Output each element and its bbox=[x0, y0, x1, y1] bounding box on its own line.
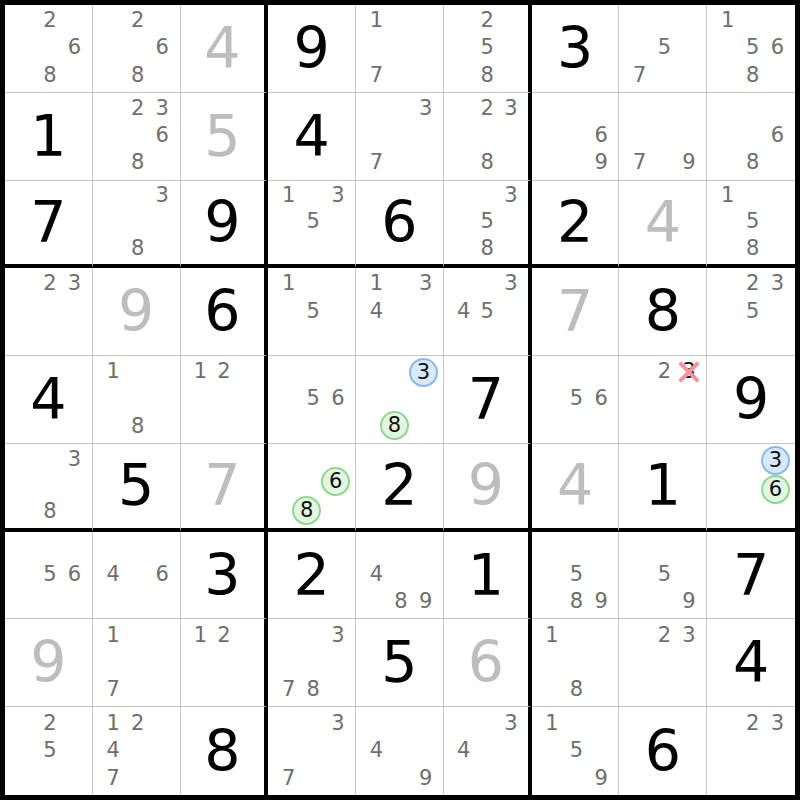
given-digit: 5 bbox=[381, 634, 417, 691]
candidate-3: 3 bbox=[62, 270, 87, 297]
candidate-9: 9 bbox=[413, 588, 438, 615]
candidate-6: 6 bbox=[765, 122, 790, 149]
cell-r9c2[interactable]: 1247 bbox=[93, 707, 181, 795]
cell-r7c6[interactable]: 1 bbox=[444, 532, 532, 620]
pencil-marks: 69 bbox=[540, 95, 614, 177]
cell-r1c6[interactable]: 258 bbox=[444, 5, 532, 93]
given-digit: 8 bbox=[204, 723, 240, 780]
cell-r6c6[interactable]: 9 bbox=[444, 444, 532, 532]
cell-r1c4[interactable]: 9 bbox=[268, 5, 356, 93]
cell-r5c7[interactable]: 56 bbox=[532, 356, 620, 444]
candidate-3: 3 bbox=[499, 95, 523, 122]
cell-r6c2[interactable]: 5 bbox=[93, 444, 181, 532]
candidate-8: 8 bbox=[125, 149, 150, 176]
cell-r4c9[interactable]: 235 bbox=[707, 268, 795, 356]
given-digit: 9 bbox=[733, 371, 769, 428]
candidate-6: 6 bbox=[326, 385, 351, 412]
pencil-marks: 159 bbox=[540, 709, 614, 792]
pencil-marks: 268 bbox=[101, 7, 175, 89]
candidate-8: 8 bbox=[125, 413, 150, 440]
given-digit: 6 bbox=[204, 283, 240, 340]
given-digit: 6 bbox=[645, 723, 681, 780]
given-digit: 7 bbox=[468, 371, 504, 428]
cell-r7c2[interactable]: 46 bbox=[93, 532, 181, 620]
candidate-8: 8 bbox=[475, 235, 499, 261]
candidate-4: 4 bbox=[364, 561, 389, 588]
candidate-4: 4 bbox=[452, 737, 476, 765]
candidate-4: 4 bbox=[364, 737, 389, 765]
cell-r7c9[interactable]: 7 bbox=[707, 532, 795, 620]
candidate-8: 8 bbox=[740, 149, 765, 176]
cell-r1c5[interactable]: 17 bbox=[356, 5, 444, 93]
cell-r3c1[interactable]: 7 bbox=[5, 181, 93, 269]
pencil-marks: 17 bbox=[101, 621, 175, 703]
candidate-1: 1 bbox=[189, 621, 213, 648]
candidate-1: 1 bbox=[276, 183, 301, 209]
given-digit: 4 bbox=[294, 108, 330, 165]
cell-r1c9[interactable]: 1568 bbox=[707, 5, 795, 93]
candidate-2: 2 bbox=[212, 358, 236, 385]
candidate-1: 1 bbox=[364, 7, 389, 34]
candidate-8-highlight-green: 8 bbox=[292, 496, 321, 525]
cell-r2c5[interactable]: 37 bbox=[356, 93, 444, 181]
cell-r8c8[interactable]: 23 bbox=[619, 619, 707, 707]
candidate-6: 6 bbox=[765, 34, 790, 61]
cell-r2c3[interactable]: 5 bbox=[181, 93, 269, 181]
pencil-marks: 37 bbox=[276, 709, 350, 792]
solved-digit: 4 bbox=[645, 194, 681, 251]
candidate-1: 1 bbox=[715, 7, 740, 34]
cell-r2c9[interactable]: 68 bbox=[707, 93, 795, 181]
cell-r3c6[interactable]: 358 bbox=[444, 181, 532, 269]
candidate-2: 2 bbox=[740, 709, 765, 737]
pencil-marks: 37 bbox=[364, 95, 438, 177]
candidate-8: 8 bbox=[740, 62, 765, 89]
pencil-marks: 23 bbox=[627, 621, 701, 703]
given-digit: 1 bbox=[30, 108, 66, 165]
pencil-marks: 46 bbox=[101, 534, 175, 616]
solved-digit: 4 bbox=[557, 457, 593, 514]
candidate-3: 3 bbox=[413, 270, 438, 297]
pencil-marks: 56 bbox=[13, 534, 87, 616]
cell-r9c6[interactable]: 34 bbox=[444, 707, 532, 795]
candidate-2: 2 bbox=[125, 709, 150, 737]
cell-r8c7[interactable]: 18 bbox=[532, 619, 620, 707]
cell-r5c6[interactable]: 7 bbox=[444, 356, 532, 444]
cell-r2c7[interactable]: 69 bbox=[532, 93, 620, 181]
cell-r8c6[interactable]: 6 bbox=[444, 619, 532, 707]
candidate-9: 9 bbox=[677, 588, 702, 615]
candidate-2: 2 bbox=[652, 358, 677, 385]
candidate-2: 2 bbox=[125, 95, 150, 122]
pencil-marks: 158 bbox=[715, 183, 790, 262]
candidate-3: 3 bbox=[413, 95, 438, 122]
candidate-3: 3 bbox=[499, 709, 523, 737]
pencil-marks: 12 bbox=[189, 621, 260, 703]
candidate-4: 4 bbox=[364, 298, 389, 325]
given-digit: 7 bbox=[30, 194, 66, 251]
candidate-4: 4 bbox=[452, 298, 476, 325]
candidate-2: 2 bbox=[38, 7, 63, 34]
candidate-9: 9 bbox=[413, 764, 438, 792]
candidate-6: 6 bbox=[589, 385, 614, 412]
candidate-5: 5 bbox=[38, 737, 63, 765]
cell-r1c2[interactable]: 268 bbox=[93, 5, 181, 93]
candidate-7: 7 bbox=[101, 676, 126, 703]
pencil-marks: 258 bbox=[452, 7, 523, 89]
cell-r1c1[interactable]: 268 bbox=[5, 5, 93, 93]
candidate-5: 5 bbox=[475, 209, 499, 235]
cell-r3c2[interactable]: 38 bbox=[93, 181, 181, 269]
candidate-3: 3 bbox=[62, 446, 87, 472]
pencil-marks: 238 bbox=[452, 95, 523, 177]
pencil-marks: 17 bbox=[364, 7, 438, 89]
candidate-3: 3 bbox=[150, 95, 175, 122]
candidate-5: 5 bbox=[652, 561, 677, 588]
pencil-marks: 23 bbox=[13, 270, 87, 352]
cell-r8c1[interactable]: 9 bbox=[5, 619, 93, 707]
candidate-3: 3 bbox=[326, 709, 351, 737]
pencil-marks: 135 bbox=[276, 183, 350, 262]
given-digit: 9 bbox=[294, 20, 330, 77]
cell-r3c7[interactable]: 2 bbox=[532, 181, 620, 269]
candidate-8: 8 bbox=[564, 588, 589, 615]
candidate-7: 7 bbox=[364, 149, 389, 176]
cell-r6c4[interactable]: 68 bbox=[268, 444, 356, 532]
candidate-5: 5 bbox=[301, 385, 326, 412]
candidate-3: 3 bbox=[326, 621, 351, 648]
candidate-8: 8 bbox=[475, 149, 499, 176]
pencil-marks: 235 bbox=[715, 270, 790, 352]
cell-r7c7[interactable]: 589 bbox=[532, 532, 620, 620]
pencil-marks: 589 bbox=[540, 534, 614, 616]
candidate-5: 5 bbox=[652, 34, 677, 61]
candidate-2: 2 bbox=[475, 95, 499, 122]
candidate-8: 8 bbox=[125, 235, 150, 261]
cell-r6c7[interactable]: 4 bbox=[532, 444, 620, 532]
candidate-7: 7 bbox=[627, 149, 652, 176]
given-digit: 8 bbox=[645, 283, 681, 340]
pencil-marks: 38 bbox=[364, 358, 438, 440]
candidate-6-highlight-green: 6 bbox=[321, 467, 350, 496]
cell-r3c9[interactable]: 158 bbox=[707, 181, 795, 269]
pencil-marks: 378 bbox=[276, 621, 350, 703]
pencil-marks: 56 bbox=[540, 358, 614, 440]
given-digit: 9 bbox=[204, 194, 240, 251]
cell-r4c1[interactable]: 23 bbox=[5, 268, 93, 356]
candidate-3: 3 bbox=[326, 183, 351, 209]
candidate-3: 3 bbox=[765, 709, 790, 737]
cell-r9c7[interactable]: 159 bbox=[532, 707, 620, 795]
given-digit: 1 bbox=[645, 457, 681, 514]
cell-r3c4[interactable]: 135 bbox=[268, 181, 356, 269]
pencil-marks: 38 bbox=[13, 446, 87, 525]
cell-r3c5[interactable]: 6 bbox=[356, 181, 444, 269]
candidate-3: 3 bbox=[499, 183, 523, 209]
solved-digit: 9 bbox=[468, 457, 504, 514]
candidate-7: 7 bbox=[276, 764, 301, 792]
cell-r8c4[interactable]: 378 bbox=[268, 619, 356, 707]
cell-r9c3[interactable]: 8 bbox=[181, 707, 269, 795]
candidate-2: 2 bbox=[38, 270, 63, 297]
pencil-marks: 59 bbox=[627, 534, 701, 616]
candidate-5: 5 bbox=[564, 737, 589, 765]
candidate-1: 1 bbox=[364, 270, 389, 297]
solved-digit: 9 bbox=[30, 634, 66, 691]
solved-digit: 7 bbox=[557, 283, 593, 340]
candidate-9: 9 bbox=[589, 149, 614, 176]
pencil-marks: 1247 bbox=[101, 709, 175, 792]
solved-digit: 5 bbox=[204, 108, 240, 165]
candidate-1: 1 bbox=[101, 358, 126, 385]
candidate-1: 1 bbox=[189, 358, 213, 385]
given-digit: 3 bbox=[557, 20, 593, 77]
cell-r4c2[interactable]: 9 bbox=[93, 268, 181, 356]
pencil-marks: 18 bbox=[540, 621, 614, 703]
pencil-marks: 49 bbox=[364, 709, 438, 792]
candidate-3-highlight-blue: 3 bbox=[409, 358, 438, 387]
candidate-2: 2 bbox=[475, 7, 499, 34]
given-digit: 5 bbox=[118, 457, 154, 514]
candidate-2: 2 bbox=[740, 270, 765, 297]
cell-r4c3[interactable]: 6 bbox=[181, 268, 269, 356]
candidate-6-highlight-green: 6 bbox=[761, 475, 790, 504]
given-digit: 6 bbox=[381, 194, 417, 251]
candidate-7: 7 bbox=[276, 676, 301, 703]
pencil-marks: 134 bbox=[364, 270, 438, 352]
candidate-5: 5 bbox=[38, 561, 63, 588]
cell-r5c2[interactable]: 18 bbox=[93, 356, 181, 444]
given-digit: 3 bbox=[204, 547, 240, 604]
candidate-5: 5 bbox=[740, 34, 765, 61]
cell-r6c3[interactable]: 7 bbox=[181, 444, 269, 532]
given-digit: 2 bbox=[294, 547, 330, 604]
pencil-marks: 38 bbox=[101, 183, 175, 262]
candidate-5: 5 bbox=[740, 209, 765, 235]
candidate-3: 3 bbox=[765, 270, 790, 297]
candidate-8: 8 bbox=[564, 676, 589, 703]
cell-r4c5[interactable]: 134 bbox=[356, 268, 444, 356]
candidate-5: 5 bbox=[564, 561, 589, 588]
pencil-marks: 358 bbox=[452, 183, 523, 262]
candidate-8: 8 bbox=[38, 498, 63, 524]
cell-r1c8[interactable]: 57 bbox=[619, 5, 707, 93]
cell-r6c5[interactable]: 2 bbox=[356, 444, 444, 532]
cell-r5c3[interactable]: 12 bbox=[181, 356, 269, 444]
given-digit: 4 bbox=[733, 634, 769, 691]
sudoku-board: 2682684917258357156812368543723869796873… bbox=[0, 0, 800, 800]
given-digit: 2 bbox=[381, 457, 417, 514]
candidate-6: 6 bbox=[150, 561, 175, 588]
cell-r9c4[interactable]: 37 bbox=[268, 707, 356, 795]
candidate-7: 7 bbox=[627, 62, 652, 89]
candidate-2: 2 bbox=[38, 709, 63, 737]
candidate-9: 9 bbox=[589, 588, 614, 615]
cell-r2c2[interactable]: 2368 bbox=[93, 93, 181, 181]
cell-r2c6[interactable]: 238 bbox=[444, 93, 532, 181]
candidate-5: 5 bbox=[301, 209, 326, 235]
pencil-marks: 25 bbox=[13, 709, 87, 792]
pencil-marks: 1568 bbox=[715, 7, 790, 89]
cell-r6c9[interactable]: 36 bbox=[707, 444, 795, 532]
pencil-marks: 2368 bbox=[101, 95, 175, 177]
candidate-1: 1 bbox=[540, 621, 565, 648]
cell-r9c5[interactable]: 49 bbox=[356, 707, 444, 795]
candidate-8: 8 bbox=[740, 235, 765, 261]
cell-r2c8[interactable]: 79 bbox=[619, 93, 707, 181]
candidate-3-eliminated: 3 bbox=[677, 358, 702, 385]
candidate-3: 3 bbox=[150, 183, 175, 209]
pencil-marks: 23 bbox=[715, 709, 790, 792]
cell-r2c1[interactable]: 1 bbox=[5, 93, 93, 181]
cell-r5c1[interactable]: 4 bbox=[5, 356, 93, 444]
candidate-5: 5 bbox=[475, 34, 499, 61]
candidate-5: 5 bbox=[475, 298, 499, 325]
given-digit: 2 bbox=[557, 194, 593, 251]
cell-r1c7[interactable]: 3 bbox=[532, 5, 620, 93]
cell-r6c1[interactable]: 38 bbox=[5, 444, 93, 532]
cell-r4c8[interactable]: 8 bbox=[619, 268, 707, 356]
cell-r4c4[interactable]: 15 bbox=[268, 268, 356, 356]
cell-r9c1[interactable]: 25 bbox=[5, 707, 93, 795]
cell-r3c3[interactable]: 9 bbox=[181, 181, 269, 269]
candidate-4: 4 bbox=[101, 561, 126, 588]
cell-r5c9[interactable]: 9 bbox=[707, 356, 795, 444]
candidate-1: 1 bbox=[276, 270, 301, 297]
cell-r9c8[interactable]: 6 bbox=[619, 707, 707, 795]
candidate-5: 5 bbox=[301, 298, 326, 325]
candidate-1: 1 bbox=[540, 709, 565, 737]
cell-r8c2[interactable]: 17 bbox=[93, 619, 181, 707]
pencil-marks: 345 bbox=[452, 270, 523, 352]
candidate-6: 6 bbox=[62, 34, 87, 61]
elimination-cross-icon bbox=[677, 358, 702, 385]
candidate-9: 9 bbox=[589, 764, 614, 792]
candidate-5: 5 bbox=[740, 298, 765, 325]
cell-r4c7[interactable]: 7 bbox=[532, 268, 620, 356]
candidate-2: 2 bbox=[212, 621, 236, 648]
solved-digit: 9 bbox=[118, 283, 154, 340]
candidate-9: 9 bbox=[677, 149, 702, 176]
cell-r8c5[interactable]: 5 bbox=[356, 619, 444, 707]
candidate-7: 7 bbox=[101, 764, 126, 792]
cell-r3c8[interactable]: 4 bbox=[619, 181, 707, 269]
cell-r2c4[interactable]: 4 bbox=[268, 93, 356, 181]
candidate-2: 2 bbox=[652, 621, 677, 648]
candidate-1: 1 bbox=[101, 621, 126, 648]
candidate-3-highlight-blue: 3 bbox=[761, 446, 790, 475]
candidate-4: 4 bbox=[101, 737, 126, 765]
candidate-6: 6 bbox=[589, 122, 614, 149]
pencil-marks: 23 bbox=[627, 358, 701, 440]
cell-r5c5[interactable]: 38 bbox=[356, 356, 444, 444]
candidate-8: 8 bbox=[301, 676, 326, 703]
solved-digit: 7 bbox=[204, 457, 240, 514]
pencil-marks: 15 bbox=[276, 270, 350, 352]
cell-r7c4[interactable]: 2 bbox=[268, 532, 356, 620]
candidate-6: 6 bbox=[150, 34, 175, 61]
pencil-marks: 18 bbox=[101, 358, 175, 440]
solved-digit: 4 bbox=[204, 20, 240, 77]
candidate-8-highlight-green: 8 bbox=[380, 411, 409, 440]
cell-r1c3[interactable]: 4 bbox=[181, 5, 269, 93]
pencil-marks: 79 bbox=[627, 95, 701, 177]
cell-r7c1[interactable]: 56 bbox=[5, 532, 93, 620]
candidate-3: 3 bbox=[677, 621, 702, 648]
candidate-3: 3 bbox=[499, 270, 523, 297]
given-digit: 7 bbox=[733, 547, 769, 604]
candidate-8: 8 bbox=[125, 62, 150, 89]
pencil-marks: 36 bbox=[715, 446, 790, 525]
candidate-5: 5 bbox=[564, 385, 589, 412]
pencil-marks: 57 bbox=[627, 7, 701, 89]
pencil-marks: 268 bbox=[13, 7, 87, 89]
candidate-1: 1 bbox=[101, 709, 126, 737]
pencil-marks: 489 bbox=[364, 534, 438, 616]
given-digit: 4 bbox=[30, 371, 66, 428]
candidate-7: 7 bbox=[364, 62, 389, 89]
cell-r8c9[interactable]: 4 bbox=[707, 619, 795, 707]
candidate-1: 1 bbox=[715, 183, 740, 209]
pencil-marks: 12 bbox=[189, 358, 260, 440]
cell-r5c4[interactable]: 56 bbox=[268, 356, 356, 444]
cell-r7c3[interactable]: 3 bbox=[181, 532, 269, 620]
pencil-marks: 34 bbox=[452, 709, 523, 792]
cell-r7c5[interactable]: 489 bbox=[356, 532, 444, 620]
candidate-8: 8 bbox=[38, 62, 63, 89]
candidate-6: 6 bbox=[62, 561, 87, 588]
candidate-6: 6 bbox=[150, 122, 175, 149]
cell-r7c8[interactable]: 59 bbox=[619, 532, 707, 620]
cell-r5c8[interactable]: 23 bbox=[619, 356, 707, 444]
pencil-marks: 56 bbox=[276, 358, 350, 440]
cell-r6c8[interactable]: 1 bbox=[619, 444, 707, 532]
candidate-8: 8 bbox=[389, 588, 414, 615]
cell-r4c6[interactable]: 345 bbox=[444, 268, 532, 356]
given-digit: 1 bbox=[468, 547, 504, 604]
candidate-8: 8 bbox=[475, 62, 499, 89]
candidate-2: 2 bbox=[125, 7, 150, 34]
pencil-marks: 68 bbox=[276, 446, 350, 525]
cell-r8c3[interactable]: 12 bbox=[181, 619, 269, 707]
pencil-marks: 68 bbox=[715, 95, 790, 177]
solved-digit: 6 bbox=[468, 634, 504, 691]
cell-r9c9[interactable]: 23 bbox=[707, 707, 795, 795]
